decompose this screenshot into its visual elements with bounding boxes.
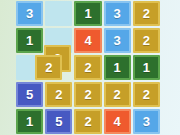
tile-2-r5c3[interactable]: 2 bbox=[74, 109, 101, 134]
tile-2-r3c2[interactable]: 2 bbox=[35, 55, 62, 80]
tile-2-r4c2[interactable]: 2 bbox=[45, 82, 72, 107]
game-screen: 31321432221152222152432 bbox=[0, 0, 180, 135]
tile-1-r2c1[interactable]: 1 bbox=[16, 28, 43, 53]
tile-1-r3c4[interactable]: 1 bbox=[104, 55, 131, 80]
tile-3-r5c5[interactable]: 3 bbox=[133, 109, 160, 134]
tile-2-r4c4[interactable]: 2 bbox=[104, 82, 131, 107]
tile-1-r1c3[interactable]: 1 bbox=[74, 1, 101, 26]
tile-2-r3c3[interactable]: 2 bbox=[74, 55, 101, 80]
tile-2-r4c3[interactable]: 2 bbox=[74, 82, 101, 107]
tile-2-r4c5[interactable]: 2 bbox=[133, 82, 160, 107]
tile-1-r3c5[interactable]: 1 bbox=[133, 55, 160, 80]
tile-3-r1c4[interactable]: 3 bbox=[104, 1, 131, 26]
tile-1-r5c1[interactable]: 1 bbox=[16, 109, 43, 134]
tile-2-r1c5[interactable]: 2 bbox=[133, 1, 160, 26]
tile-4-r5c4[interactable]: 4 bbox=[104, 109, 131, 134]
tile-2-r2c5[interactable]: 2 bbox=[133, 28, 160, 53]
empty-cell-r1c2[interactable] bbox=[45, 1, 72, 26]
tile-3-r1c1[interactable]: 3 bbox=[16, 1, 43, 26]
tile-4-r2c3[interactable]: 4 bbox=[74, 28, 101, 53]
tile-5-r5c2[interactable]: 5 bbox=[45, 109, 72, 134]
tile-5-r4c1[interactable]: 5 bbox=[16, 82, 43, 107]
tile-3-r2c4[interactable]: 3 bbox=[104, 28, 131, 53]
puzzle-board: 31321432221152222152432 bbox=[16, 1, 160, 134]
